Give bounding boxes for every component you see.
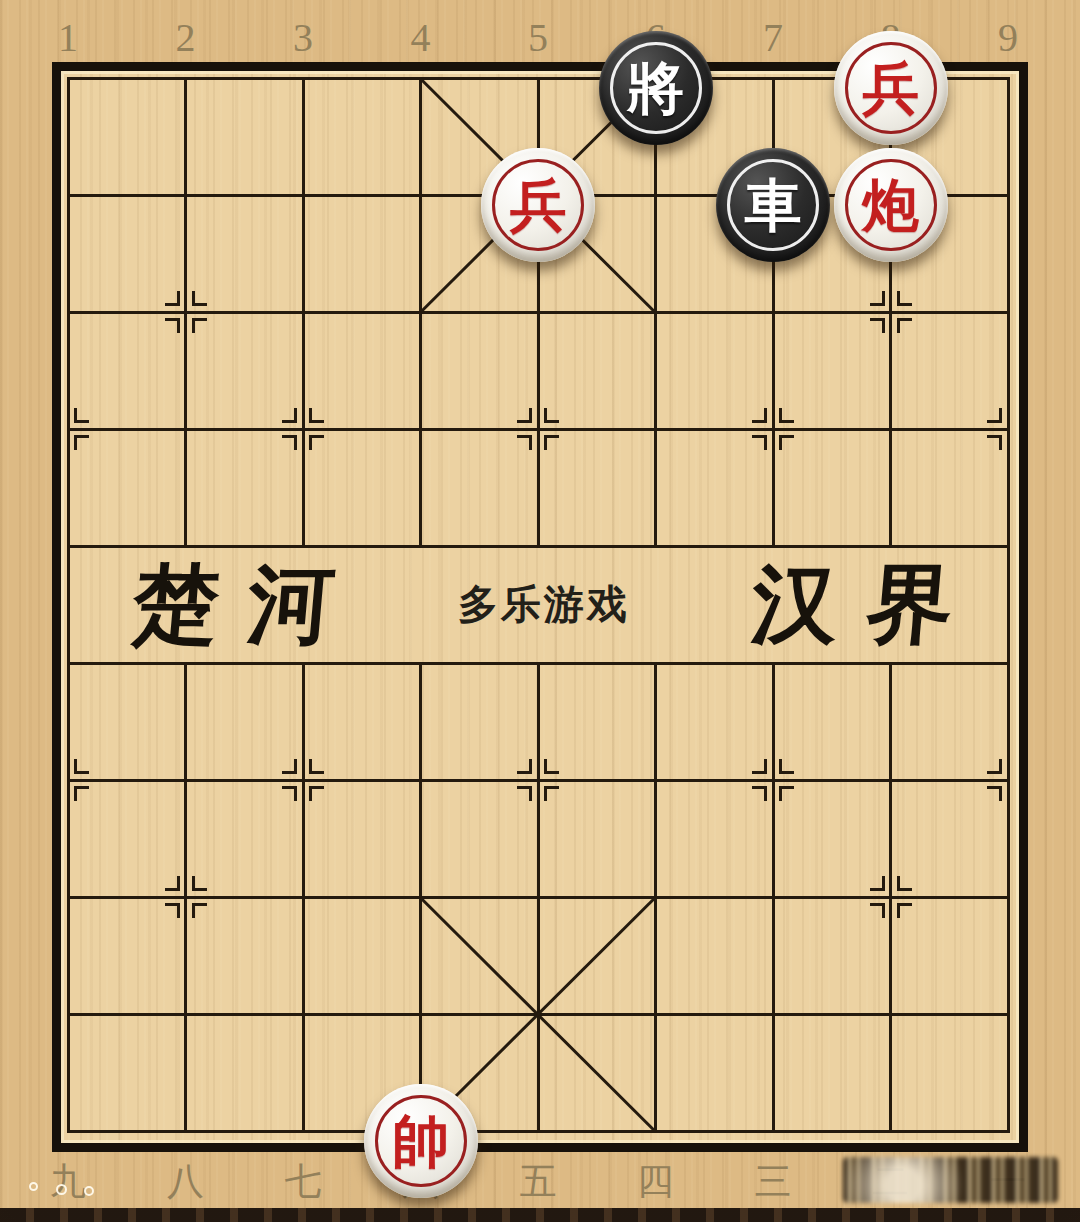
piece-red-cannon[interactable]: 炮 [834, 148, 948, 262]
file-label-bottom: 七 [285, 1160, 322, 1204]
piece-red-general[interactable]: 帥 [364, 1084, 478, 1198]
decorative-dot [56, 1184, 67, 1195]
blurred-watermark [843, 1157, 1058, 1203]
bottom-edge-strip [0, 1208, 1080, 1222]
file-label-top: 5 [528, 16, 548, 60]
piece-glyph-black-chariot: 車 [745, 177, 802, 234]
decorative-dot [84, 1186, 94, 1196]
river-label-han-jie: 汉界 [748, 556, 986, 652]
piece-glyph-red-soldier-b: 兵 [510, 177, 567, 234]
file-label-top: 9 [998, 16, 1018, 60]
piece-black-general[interactable]: 將 [599, 31, 713, 145]
file-label-top: 7 [763, 16, 783, 60]
file-label-top: 1 [58, 16, 78, 60]
file-label-bottom: 三 [755, 1160, 792, 1204]
piece-black-chariot[interactable]: 車 [716, 148, 830, 262]
file-label-bottom: 九 [50, 1160, 87, 1204]
decorative-dot [29, 1182, 38, 1191]
file-label-bottom: 四 [637, 1160, 674, 1204]
piece-red-soldier-b[interactable]: 兵 [481, 148, 595, 262]
piece-red-soldier-a[interactable]: 兵 [834, 31, 948, 145]
file-label-top: 4 [411, 16, 431, 60]
file-label-top: 3 [293, 16, 313, 60]
piece-glyph-red-soldier-a: 兵 [862, 60, 919, 117]
file-label-bottom: 八 [167, 1160, 204, 1204]
piece-glyph-red-general: 帥 [392, 1113, 449, 1170]
river-label-chu-he: 楚河 [129, 556, 367, 652]
river-brand-watermark: 多乐游戏 [458, 581, 630, 627]
file-label-top: 2 [176, 16, 196, 60]
piece-glyph-black-general: 將 [627, 60, 684, 117]
file-label-bottom: 五 [520, 1160, 557, 1204]
piece-glyph-red-cannon: 炮 [862, 177, 919, 234]
xiangqi-app: 楚河 多乐游戏 汉界 123456789九八七六五四三二一 將兵兵車炮帥 [0, 0, 1080, 1222]
